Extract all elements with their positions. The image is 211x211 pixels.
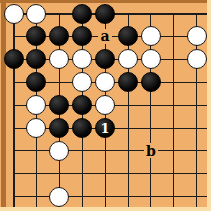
crop-right-strip [207,0,211,211]
white-stone[interactable] [26,95,46,115]
white-stone[interactable] [187,26,207,46]
black-stone[interactable] [141,72,161,92]
black-stone[interactable] [72,118,92,138]
crop-bottom-strip [0,207,211,211]
go-board[interactable]: 1ab [0,0,211,211]
go-diagram: 1ab [0,0,211,211]
point-label-b[interactable]: b [144,143,158,158]
black-stone[interactable] [26,49,46,69]
white-stone[interactable] [95,95,115,115]
white-stone[interactable] [26,4,46,24]
black-stone[interactable] [49,95,69,115]
grid-horizontal-line [13,150,208,151]
black-stone[interactable] [49,118,69,138]
black-stone[interactable] [72,4,92,24]
white-stone[interactable] [72,49,92,69]
white-stone[interactable] [26,118,46,138]
white-stone[interactable] [49,187,69,207]
black-stone[interactable] [49,26,69,46]
black-stone[interactable] [4,49,24,69]
white-stone[interactable] [141,26,161,46]
black-stone[interactable] [95,49,115,69]
black-stone[interactable] [72,95,92,115]
board-left-edge-shadow [1,0,6,211]
white-stone[interactable] [141,49,161,69]
white-stone[interactable] [118,49,138,69]
stone-move-number: 1 [101,121,110,134]
white-stone[interactable] [49,141,69,161]
black-stone[interactable] [26,72,46,92]
black-stone[interactable] [26,26,46,46]
white-stone[interactable] [4,4,24,24]
black-stone[interactable] [72,26,92,46]
black-stone[interactable]: 1 [95,118,115,138]
grid-vertical-line [173,13,174,208]
white-stone[interactable] [95,72,115,92]
grid-horizontal-line [13,196,208,197]
grid-horizontal-line [13,173,208,174]
grid-vertical-line [13,13,15,208]
black-stone[interactable] [118,72,138,92]
black-stone[interactable] [118,26,138,46]
white-stone[interactable] [49,49,69,69]
board-top-edge-shadow [0,0,211,3]
white-stone[interactable] [72,72,92,92]
point-label-a[interactable]: a [98,29,112,44]
white-stone[interactable] [187,49,207,69]
black-stone[interactable] [95,4,115,24]
